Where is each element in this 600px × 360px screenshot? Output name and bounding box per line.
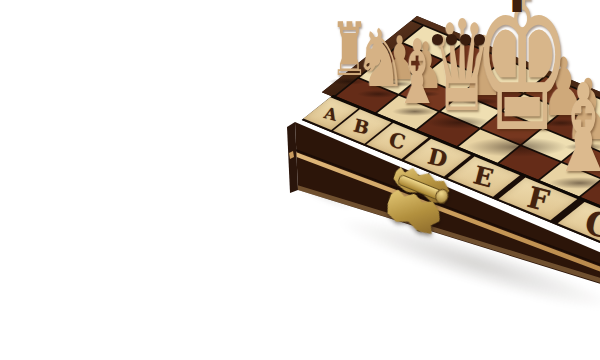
file-label: F [524,180,552,218]
wooden-chess-set-photo: ABCDEFGH ♜♞♝♛♚✚♝♟♟♟♟♟ [0,0,600,360]
file-label: B [352,114,372,138]
king-cross: ✚ [497,0,537,19]
file-label: G [582,202,600,247]
file-label: D [425,143,450,173]
file-label: A [322,103,339,124]
file-label: E [471,160,497,193]
file-label: C [387,127,408,154]
